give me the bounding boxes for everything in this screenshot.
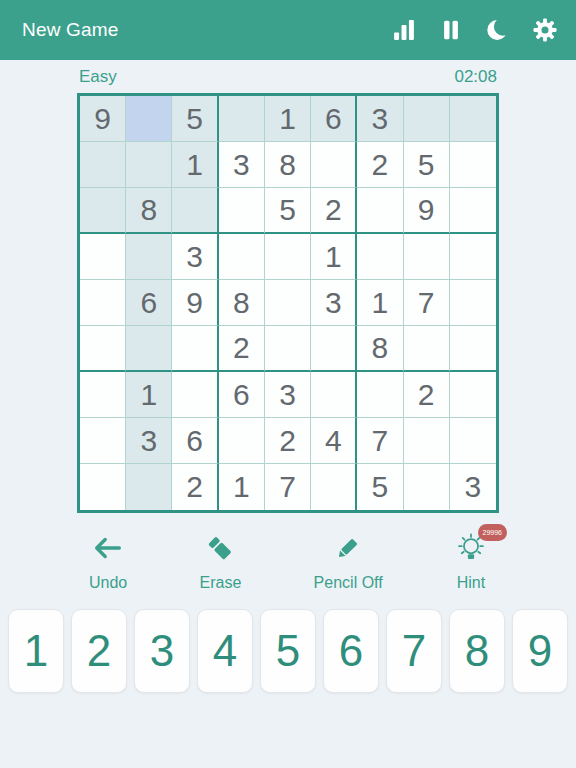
cell-r5c1[interactable] xyxy=(80,280,126,326)
cell-r9c8[interactable] xyxy=(404,464,450,510)
cell-r3c4[interactable] xyxy=(219,188,265,234)
number-pad: 123456789 xyxy=(8,609,568,693)
dark-mode-icon[interactable] xyxy=(483,15,513,45)
hint-label: Hint xyxy=(457,574,485,592)
cell-r9c5[interactable]: 7 xyxy=(265,464,311,510)
cell-r9c1[interactable] xyxy=(80,464,126,510)
cell-r1c6[interactable]: 6 xyxy=(311,96,357,142)
cell-r2c8[interactable]: 5 xyxy=(404,142,450,188)
cell-r6c2[interactable] xyxy=(126,326,172,372)
cell-r4c1[interactable] xyxy=(80,234,126,280)
cell-r8c3[interactable]: 6 xyxy=(172,418,218,464)
cell-r4c4[interactable] xyxy=(219,234,265,280)
cell-r8c1[interactable] xyxy=(80,418,126,464)
cell-r2c5[interactable]: 8 xyxy=(265,142,311,188)
cell-r5c9[interactable] xyxy=(450,280,496,326)
cell-r2c2[interactable] xyxy=(126,142,172,188)
numpad-key-3[interactable]: 3 xyxy=(134,609,190,693)
erase-button[interactable]: Erase xyxy=(200,533,242,592)
cell-r7c4[interactable]: 6 xyxy=(219,372,265,418)
cell-r4c5[interactable] xyxy=(265,234,311,280)
pencil-label: Pencil Off xyxy=(314,574,383,592)
numpad-key-5[interactable]: 5 xyxy=(260,609,316,693)
numpad-key-2[interactable]: 2 xyxy=(71,609,127,693)
cell-r1c8[interactable] xyxy=(404,96,450,142)
cell-r7c7[interactable] xyxy=(357,372,403,418)
cell-r8c4[interactable] xyxy=(219,418,265,464)
cell-r7c2[interactable]: 1 xyxy=(126,372,172,418)
cell-r8c9[interactable] xyxy=(450,418,496,464)
cell-r5c6[interactable]: 3 xyxy=(311,280,357,326)
top-bar: New Game xyxy=(0,0,576,60)
pencil-icon xyxy=(332,533,364,567)
cell-r5c7[interactable]: 1 xyxy=(357,280,403,326)
cell-r1c5[interactable]: 1 xyxy=(265,96,311,142)
cell-r9c2[interactable] xyxy=(126,464,172,510)
cell-r6c6[interactable] xyxy=(311,326,357,372)
cell-r4c8[interactable] xyxy=(404,234,450,280)
difficulty-label: Easy xyxy=(79,67,117,87)
cell-r4c6[interactable]: 1 xyxy=(311,234,357,280)
cell-r2c1[interactable] xyxy=(80,142,126,188)
cell-r7c5[interactable]: 3 xyxy=(265,372,311,418)
numpad-key-8[interactable]: 8 xyxy=(449,609,505,693)
cell-r3c9[interactable] xyxy=(450,188,496,234)
cell-r6c8[interactable] xyxy=(404,326,450,372)
cell-r7c8[interactable]: 2 xyxy=(404,372,450,418)
undo-icon xyxy=(92,533,124,567)
cell-r4c7[interactable] xyxy=(357,234,403,280)
toolbar: Undo Erase Pencil Off 29996 xyxy=(89,533,487,592)
cell-r3c5[interactable]: 5 xyxy=(265,188,311,234)
pause-icon[interactable] xyxy=(436,15,466,45)
cell-r5c4[interactable]: 8 xyxy=(219,280,265,326)
cell-r1c2[interactable] xyxy=(126,96,172,142)
hint-badge: 29996 xyxy=(478,524,507,541)
cell-r5c2[interactable]: 6 xyxy=(126,280,172,326)
cell-r2c7[interactable]: 2 xyxy=(357,142,403,188)
cell-r2c4[interactable]: 3 xyxy=(219,142,265,188)
settings-icon[interactable] xyxy=(530,15,560,45)
cell-r1c9[interactable] xyxy=(450,96,496,142)
cell-r8c2[interactable]: 3 xyxy=(126,418,172,464)
cell-r5c3[interactable]: 9 xyxy=(172,280,218,326)
cell-r3c6[interactable]: 2 xyxy=(311,188,357,234)
cell-r2c6[interactable] xyxy=(311,142,357,188)
cell-r6c7[interactable]: 8 xyxy=(357,326,403,372)
cell-r6c3[interactable] xyxy=(172,326,218,372)
numpad-key-1[interactable]: 1 xyxy=(8,609,64,693)
cell-r6c9[interactable] xyxy=(450,326,496,372)
sudoku-grid: 95163138258529316983172816323624721753 xyxy=(77,93,499,513)
status-row: Easy 02:08 xyxy=(79,60,497,93)
cell-r8c8[interactable] xyxy=(404,418,450,464)
cell-r7c1[interactable] xyxy=(80,372,126,418)
cell-r1c1[interactable]: 9 xyxy=(80,96,126,142)
cell-r1c7[interactable]: 3 xyxy=(357,96,403,142)
cell-r2c3[interactable]: 1 xyxy=(172,142,218,188)
cell-r1c3[interactable]: 5 xyxy=(172,96,218,142)
cell-r5c8[interactable]: 7 xyxy=(404,280,450,326)
cell-r7c3[interactable] xyxy=(172,372,218,418)
cell-r3c1[interactable] xyxy=(80,188,126,234)
cell-r9c3[interactable]: 2 xyxy=(172,464,218,510)
page-title: New Game xyxy=(22,19,119,41)
cell-r7c6[interactable] xyxy=(311,372,357,418)
numpad-key-4[interactable]: 4 xyxy=(197,609,253,693)
cell-r3c2[interactable]: 8 xyxy=(126,188,172,234)
cell-r3c8[interactable]: 9 xyxy=(404,188,450,234)
cell-r1c4[interactable] xyxy=(219,96,265,142)
cell-r7c9[interactable] xyxy=(450,372,496,418)
cell-r5c5[interactable] xyxy=(265,280,311,326)
cell-r8c7[interactable]: 7 xyxy=(357,418,403,464)
cell-r9c9[interactable]: 3 xyxy=(450,464,496,510)
numpad-key-7[interactable]: 7 xyxy=(386,609,442,693)
cell-r8c5[interactable]: 2 xyxy=(265,418,311,464)
numpad-key-6[interactable]: 6 xyxy=(323,609,379,693)
numpad-key-9[interactable]: 9 xyxy=(512,609,568,693)
cell-r2c9[interactable] xyxy=(450,142,496,188)
cell-r4c9[interactable] xyxy=(450,234,496,280)
undo-label: Undo xyxy=(89,574,127,592)
cell-r6c4[interactable]: 2 xyxy=(219,326,265,372)
cell-r6c1[interactable] xyxy=(80,326,126,372)
cell-r3c3[interactable] xyxy=(172,188,218,234)
cell-r9c4[interactable]: 1 xyxy=(219,464,265,510)
pencil-toggle-button[interactable]: Pencil Off xyxy=(314,533,383,592)
hint-button[interactable]: 29996 Hint xyxy=(455,533,487,592)
undo-button[interactable]: Undo xyxy=(89,533,127,592)
stats-icon[interactable] xyxy=(389,15,419,45)
erase-label: Erase xyxy=(200,574,242,592)
eraser-icon xyxy=(204,533,236,567)
cell-r9c7[interactable]: 5 xyxy=(357,464,403,510)
cell-r3c7[interactable] xyxy=(357,188,403,234)
timer: 02:08 xyxy=(454,67,497,87)
cell-r8c6[interactable]: 4 xyxy=(311,418,357,464)
cell-r6c5[interactable] xyxy=(265,326,311,372)
cell-r9c6[interactable] xyxy=(311,464,357,510)
cell-r4c3[interactable]: 3 xyxy=(172,234,218,280)
cell-r4c2[interactable] xyxy=(126,234,172,280)
